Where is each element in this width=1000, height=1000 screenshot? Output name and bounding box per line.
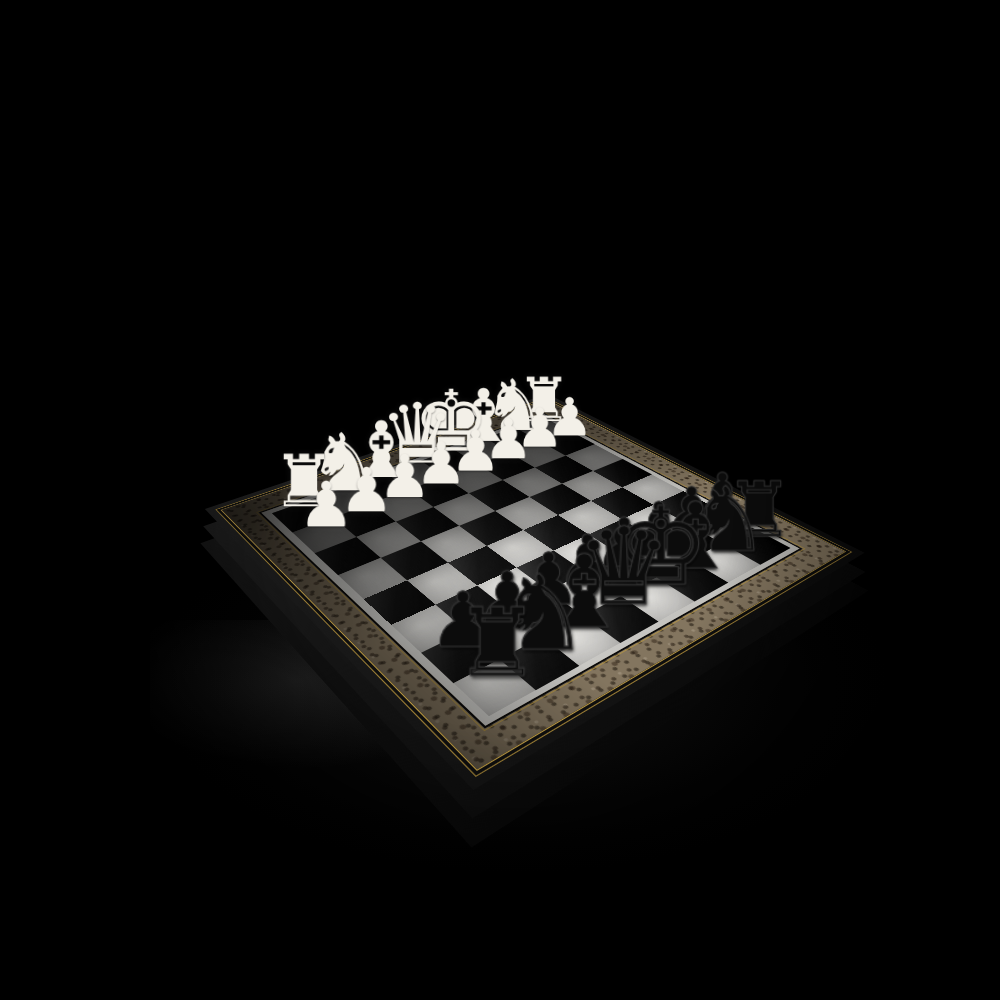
piece-white-bishop: ♝	[316, 411, 446, 489]
photo-scene: ♜♜♞♞♝♝♛♛♚♚♝♝♞♞♜♜♟♟♟♟♟♟♟♟♟♟♟♟♟♟♟♟♟♟♟♟♟♟♟♟…	[0, 0, 1000, 1000]
marble-border-band: ♜♜♞♞♝♝♛♛♚♚♝♝♞♞♜♜♟♟♟♟♟♟♟♟♟♟♟♟♟♟♟♟♟♟♟♟♟♟♟♟…	[222, 400, 845, 770]
square-b6	[436, 586, 509, 631]
square-f5	[558, 501, 622, 535]
piece-white-bishop: ♝	[423, 379, 544, 452]
piece-white-rook: ♜	[486, 369, 601, 430]
gold-pinstripe-outer2: ♜♜♞♞♝♝♛♛♚♚♝♝♞♞♜♜♟♟♟♟♟♟♟♟♟♟♟♟♟♟♟♟♟♟♟♟♟♟♟♟…	[221, 399, 847, 771]
gold-pinstripe-outer: ♜♜♞♞♝♝♛♛♚♚♝♝♞♞♜♜♟♟♟♟♟♟♟♟♟♟♟♟♟♟♟♟♟♟♟♟♟♟♟♟…	[215, 398, 852, 778]
square-f6	[589, 519, 655, 555]
square-h5	[622, 474, 683, 504]
square-e5	[523, 515, 588, 550]
board-frame: ♜♜♞♞♝♝♛♛♚♚♝♝♞♞♜♜♟♟♟♟♟♟♟♟♟♟♟♟♟♟♟♟♟♟♟♟♟♟♟♟…	[205, 394, 865, 790]
photo-background: { "game": "chess", "scene": "Glossy blac…	[0, 0, 1000, 1000]
chessboard: ♜♜♞♞♝♝♛♛♚♚♝♝♞♞♜♜♟♟♟♟♟♟♟♟♟♟♟♟♟♟♟♟♟♟♟♟♟♟♟♟…	[205, 394, 865, 790]
